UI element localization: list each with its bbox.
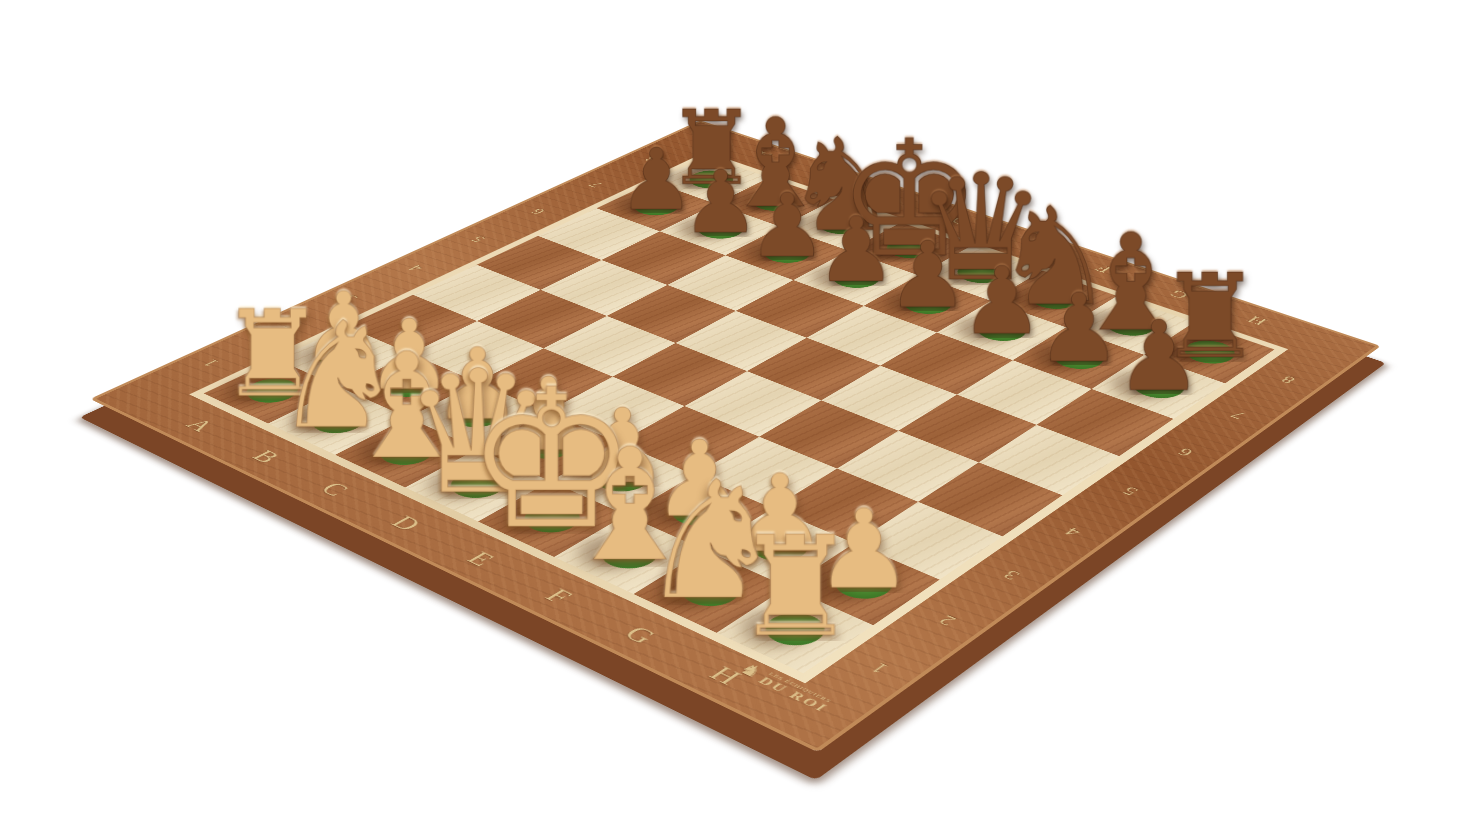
chessboard-product-photo: ♞ LES ÉCHIQUIERS DU ROI AABBCCDDEEFFGGHH…: [0, 0, 1465, 836]
chess-board: ♞ LES ÉCHIQUIERS DU ROI AABBCCDDEEFFGGHH…: [90, 120, 1381, 752]
